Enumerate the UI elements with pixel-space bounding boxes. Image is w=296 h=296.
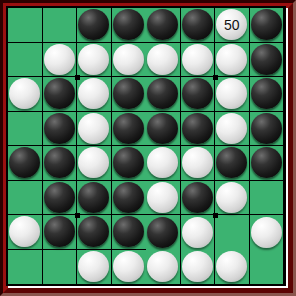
cell-h3[interactable] [250, 77, 285, 112]
cell-e1[interactable] [146, 8, 181, 43]
black-disc [113, 147, 144, 178]
black-disc [147, 78, 178, 109]
white-disc [44, 44, 75, 75]
cell-c7[interactable] [77, 215, 112, 250]
cell-e5[interactable] [146, 146, 181, 181]
cell-a3[interactable] [8, 77, 43, 112]
white-disc [147, 147, 178, 178]
white-disc [113, 44, 144, 75]
black-disc [113, 216, 144, 247]
cell-e7[interactable] [146, 215, 181, 250]
last-move-number: 50 [224, 18, 240, 32]
black-disc [182, 113, 213, 144]
cell-h6[interactable] [250, 181, 285, 216]
cell-e6[interactable] [146, 181, 181, 216]
cell-b7[interactable] [43, 215, 78, 250]
white-disc [182, 147, 213, 178]
cell-g6[interactable] [215, 181, 250, 216]
cell-f3[interactable] [181, 77, 216, 112]
board-frame: 50 [0, 0, 296, 296]
cell-a2[interactable] [8, 43, 43, 78]
black-disc [147, 9, 178, 40]
star-point [75, 75, 80, 80]
cell-d7[interactable] [112, 215, 147, 250]
black-disc [147, 217, 178, 248]
black-disc [44, 216, 75, 247]
cell-g4[interactable] [215, 112, 250, 147]
white-disc [216, 251, 247, 282]
white-disc [216, 44, 247, 75]
black-disc [9, 147, 40, 178]
white-disc [147, 251, 178, 282]
cell-c6[interactable] [77, 181, 112, 216]
cell-f4[interactable] [181, 112, 216, 147]
cell-d3[interactable] [112, 77, 147, 112]
cell-d1[interactable] [112, 8, 147, 43]
cell-a6[interactable] [8, 181, 43, 216]
cell-a8[interactable] [8, 250, 43, 285]
black-disc [44, 113, 75, 144]
white-disc [251, 217, 282, 248]
black-disc [78, 182, 109, 213]
cell-f7[interactable] [181, 215, 216, 250]
black-disc [113, 78, 144, 109]
cell-d8[interactable] [112, 250, 147, 285]
black-disc [182, 78, 213, 109]
cell-d5[interactable] [112, 146, 147, 181]
cell-g2[interactable] [215, 43, 250, 78]
cell-b5[interactable] [43, 146, 78, 181]
black-disc [251, 147, 282, 178]
black-disc [113, 113, 144, 144]
cell-b6[interactable] [43, 181, 78, 216]
black-disc [251, 44, 282, 75]
cell-g7[interactable] [215, 215, 250, 250]
cell-c4[interactable] [77, 112, 112, 147]
cell-f1[interactable] [181, 8, 216, 43]
white-disc [78, 251, 109, 282]
cell-f8[interactable] [181, 250, 216, 285]
white-disc [9, 216, 40, 247]
cell-b2[interactable] [43, 43, 78, 78]
black-disc [216, 147, 247, 178]
cell-a5[interactable] [8, 146, 43, 181]
cell-h8[interactable] [250, 250, 285, 285]
cell-g8[interactable] [215, 250, 250, 285]
cell-h2[interactable] [250, 43, 285, 78]
cell-e3[interactable] [146, 77, 181, 112]
cell-b4[interactable] [43, 112, 78, 147]
white-disc [216, 182, 247, 213]
star-point [213, 213, 218, 218]
black-disc [78, 216, 109, 247]
cell-c1[interactable] [77, 8, 112, 43]
white-disc [113, 251, 144, 282]
cell-e2[interactable] [146, 43, 181, 78]
white-disc [216, 78, 247, 109]
cell-f2[interactable] [181, 43, 216, 78]
black-disc [78, 9, 109, 40]
white-disc [182, 44, 213, 75]
cell-d6[interactable] [112, 181, 147, 216]
black-disc [44, 78, 75, 109]
black-disc [113, 9, 144, 40]
cell-c5[interactable] [77, 146, 112, 181]
cell-g5[interactable] [215, 146, 250, 181]
white-disc [78, 78, 109, 109]
cell-e8[interactable] [146, 250, 181, 285]
cell-h5[interactable] [250, 146, 285, 181]
cell-f5[interactable] [181, 146, 216, 181]
white-disc [147, 182, 178, 213]
cell-g1[interactable]: 50 [215, 8, 250, 43]
white-disc: 50 [216, 9, 247, 40]
white-disc [78, 147, 109, 178]
white-disc [78, 113, 109, 144]
cell-e4[interactable] [146, 112, 181, 147]
cell-h4[interactable] [250, 112, 285, 147]
white-disc [78, 44, 109, 75]
black-disc [182, 9, 213, 40]
cell-h1[interactable] [250, 8, 285, 43]
cell-g3[interactable] [215, 77, 250, 112]
white-disc [182, 251, 213, 282]
cell-d2[interactable] [112, 43, 147, 78]
cell-c8[interactable] [77, 250, 112, 285]
cell-a4[interactable] [8, 112, 43, 147]
black-disc [147, 113, 178, 144]
white-disc [216, 113, 247, 144]
star-point [213, 75, 218, 80]
white-disc [147, 44, 178, 75]
white-disc [182, 217, 213, 248]
black-disc [44, 147, 75, 178]
cell-a1[interactable] [8, 8, 43, 43]
cell-b3[interactable] [43, 77, 78, 112]
cell-h7[interactable] [250, 215, 285, 250]
cell-d4[interactable] [112, 112, 147, 147]
black-disc [251, 78, 282, 109]
black-disc [113, 182, 144, 213]
black-disc [251, 9, 282, 40]
star-point [75, 213, 80, 218]
othello-board: 50 [6, 6, 286, 286]
black-disc [44, 182, 75, 213]
white-disc [9, 78, 40, 109]
black-disc [251, 113, 282, 144]
cell-b1[interactable] [43, 8, 78, 43]
cell-a7[interactable] [8, 215, 43, 250]
cell-b8[interactable] [43, 250, 78, 285]
black-disc [182, 182, 213, 213]
cell-c3[interactable] [77, 77, 112, 112]
cell-f6[interactable] [181, 181, 216, 216]
cell-c2[interactable] [77, 43, 112, 78]
board-frame-inner: 50 [3, 3, 293, 293]
